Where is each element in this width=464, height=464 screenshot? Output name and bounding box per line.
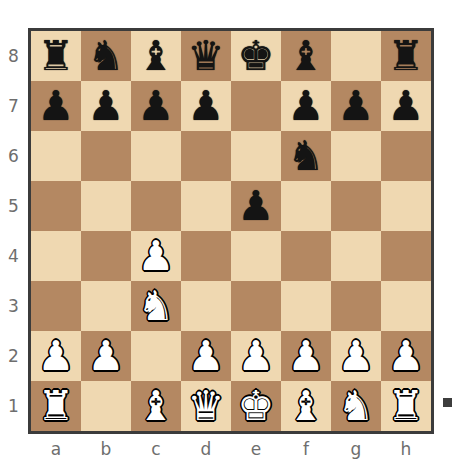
file-label-f: f [281,436,331,462]
black-pawn[interactable]: ♟ [331,81,381,131]
square-c2[interactable] [131,331,181,381]
black-pawn[interactable]: ♟ [131,81,181,131]
square-f1[interactable]: ♝ [281,381,331,431]
square-g4[interactable] [331,231,381,281]
file-label-c: c [131,436,181,462]
file-label-d: d [181,436,231,462]
black-pawn[interactable]: ♟ [81,81,131,131]
black-pawn[interactable]: ♟ [181,81,231,131]
chess-board-frame: ♜♞♝♛♚♝♜♟♟♟♟♟♟♟♞♟♟♞♟♟♟♟♟♟♟♜♝♛♚♝♞♜ [28,28,434,434]
rank-label-3: 3 [0,281,27,331]
square-c7[interactable]: ♟ [131,81,181,131]
square-e3[interactable] [231,281,281,331]
square-a7[interactable]: ♟ [31,81,81,131]
square-b2[interactable]: ♟ [81,331,131,381]
square-b3[interactable] [81,281,131,331]
black-bishop[interactable]: ♝ [131,31,181,81]
rank-label-4: 4 [0,231,27,281]
file-label-a: a [31,436,81,462]
rank-labels: 87654321 [0,31,27,431]
rank-label-6: 6 [0,131,27,181]
black-pawn[interactable]: ♟ [231,181,281,231]
square-c8[interactable]: ♝ [131,31,181,81]
rank-label-1: 1 [0,381,27,431]
white-pawn[interactable]: ♟ [231,331,281,381]
square-b1[interactable] [81,381,131,431]
square-h7[interactable]: ♟ [381,81,431,131]
rank-label-5: 5 [0,181,27,231]
square-e1[interactable]: ♚ [231,381,281,431]
white-bishop[interactable]: ♝ [281,381,331,431]
square-b6[interactable] [81,131,131,181]
square-g6[interactable] [331,131,381,181]
white-king[interactable]: ♚ [231,381,281,431]
white-pawn[interactable]: ♟ [31,331,81,381]
white-bishop[interactable]: ♝ [131,381,181,431]
square-d4[interactable] [181,231,231,281]
file-label-h: h [381,436,431,462]
white-pawn[interactable]: ♟ [181,331,231,381]
square-b7[interactable]: ♟ [81,81,131,131]
file-label-e: e [231,436,281,462]
square-h8[interactable]: ♜ [381,31,431,81]
white-queen[interactable]: ♛ [181,381,231,431]
square-e8[interactable]: ♚ [231,31,281,81]
square-h5[interactable] [381,181,431,231]
move-indicator [443,398,452,407]
square-a2[interactable]: ♟ [31,331,81,381]
white-knight[interactable]: ♞ [131,281,181,331]
white-pawn[interactable]: ♟ [281,331,331,381]
white-rook[interactable]: ♜ [31,381,81,431]
black-queen[interactable]: ♛ [181,31,231,81]
black-pawn[interactable]: ♟ [381,81,431,131]
white-pawn[interactable]: ♟ [81,331,131,381]
chess-board[interactable]: ♜♞♝♛♚♝♜♟♟♟♟♟♟♟♞♟♟♞♟♟♟♟♟♟♟♜♝♛♚♝♞♜ [31,31,431,431]
file-label-b: b [81,436,131,462]
file-labels: abcdefgh [31,436,431,462]
square-h4[interactable] [381,231,431,281]
white-pawn[interactable]: ♟ [331,331,381,381]
square-a5[interactable] [31,181,81,231]
square-d1[interactable]: ♛ [181,381,231,431]
square-a6[interactable] [31,131,81,181]
square-h2[interactable]: ♟ [381,331,431,381]
square-h1[interactable]: ♜ [381,381,431,431]
square-f3[interactable] [281,281,331,331]
square-g7[interactable]: ♟ [331,81,381,131]
square-b4[interactable] [81,231,131,281]
square-d7[interactable]: ♟ [181,81,231,131]
square-c6[interactable] [131,131,181,181]
black-rook[interactable]: ♜ [381,31,431,81]
square-c5[interactable] [131,181,181,231]
square-g3[interactable] [331,281,381,331]
square-a4[interactable] [31,231,81,281]
square-c4[interactable]: ♟ [131,231,181,281]
square-g1[interactable]: ♞ [331,381,381,431]
square-h6[interactable] [381,131,431,181]
chess-app-stage: 87654321 ♜♞♝♛♚♝♜♟♟♟♟♟♟♟♞♟♟♞♟♟♟♟♟♟♟♜♝♛♚♝♞… [0,0,464,464]
square-a1[interactable]: ♜ [31,381,81,431]
square-c3[interactable]: ♞ [131,281,181,331]
square-f6[interactable]: ♞ [281,131,331,181]
square-a8[interactable]: ♜ [31,31,81,81]
square-f5[interactable] [281,181,331,231]
white-pawn[interactable]: ♟ [381,331,431,381]
square-e6[interactable] [231,131,281,181]
square-d8[interactable]: ♛ [181,31,231,81]
white-pawn[interactable]: ♟ [131,231,181,281]
square-d6[interactable] [181,131,231,181]
square-e4[interactable] [231,231,281,281]
rank-label-7: 7 [0,81,27,131]
square-c1[interactable]: ♝ [131,381,181,431]
square-e7[interactable] [231,81,281,131]
square-b5[interactable] [81,181,131,231]
black-knight[interactable]: ♞ [81,31,131,81]
black-king[interactable]: ♚ [231,31,281,81]
black-bishop[interactable]: ♝ [281,31,331,81]
square-d2[interactable]: ♟ [181,331,231,381]
square-g8[interactable] [331,31,381,81]
square-e2[interactable]: ♟ [231,331,281,381]
square-d3[interactable] [181,281,231,331]
square-a3[interactable] [31,281,81,331]
black-knight[interactable]: ♞ [281,131,331,181]
black-pawn[interactable]: ♟ [281,81,331,131]
black-rook[interactable]: ♜ [31,31,81,81]
square-d5[interactable] [181,181,231,231]
square-g5[interactable] [331,181,381,231]
square-h3[interactable] [381,281,431,331]
square-f8[interactable]: ♝ [281,31,331,81]
white-knight[interactable]: ♞ [331,381,381,431]
square-b8[interactable]: ♞ [81,31,131,81]
square-f7[interactable]: ♟ [281,81,331,131]
square-g2[interactable]: ♟ [331,331,381,381]
rank-label-8: 8 [0,31,27,81]
square-e5[interactable]: ♟ [231,181,281,231]
white-rook[interactable]: ♜ [381,381,431,431]
square-f2[interactable]: ♟ [281,331,331,381]
black-pawn[interactable]: ♟ [31,81,81,131]
file-label-g: g [331,436,381,462]
rank-label-2: 2 [0,331,27,381]
square-f4[interactable] [281,231,331,281]
